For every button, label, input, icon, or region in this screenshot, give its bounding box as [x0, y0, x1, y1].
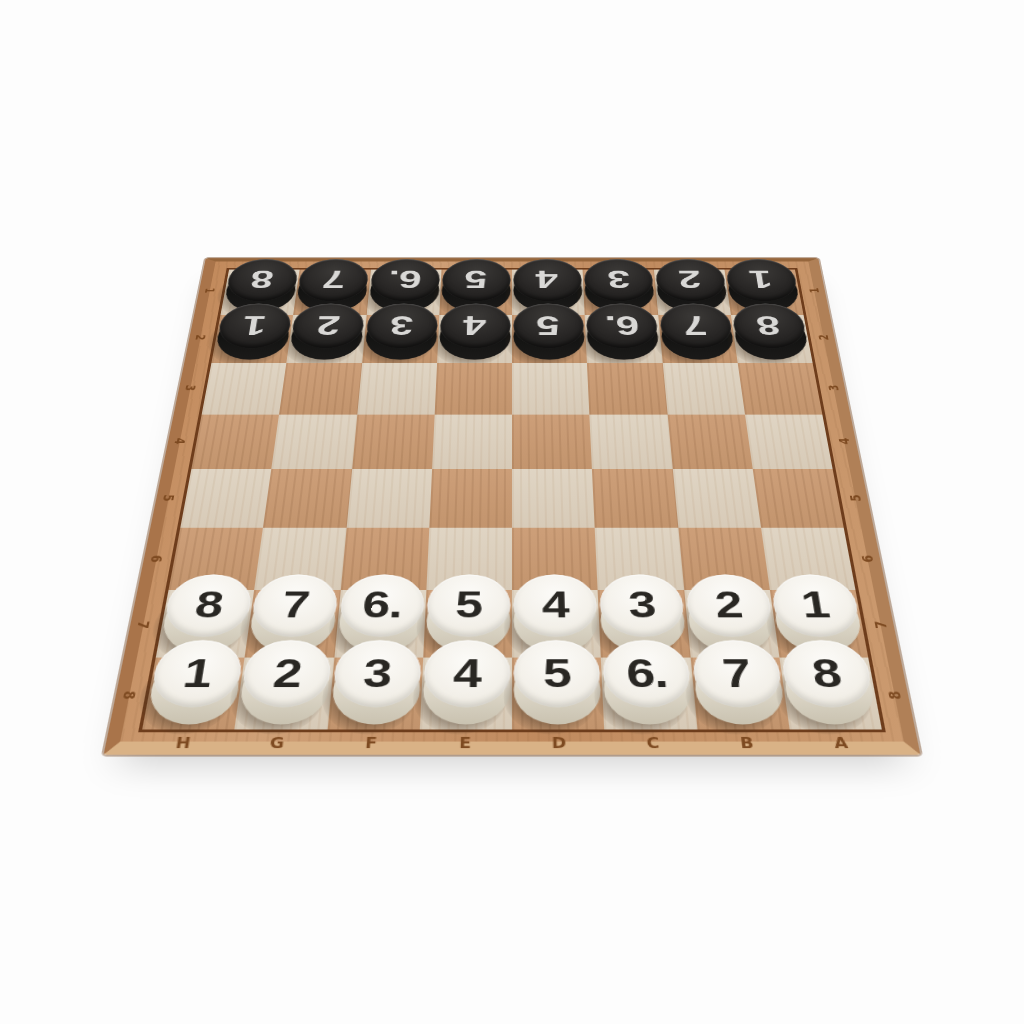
disc-number: 2: [316, 312, 342, 339]
square-h2[interactable]: 1: [211, 315, 293, 363]
file-label-f-bottom: F: [323, 733, 418, 754]
square-b8[interactable]: 7: [690, 657, 789, 729]
disc-number: 3: [627, 586, 656, 623]
square-f4[interactable]: [352, 414, 435, 469]
disc-number: 7: [321, 267, 346, 292]
square-c8[interactable]: 6.: [601, 657, 697, 729]
disc-number: 8: [809, 653, 843, 693]
square-b3[interactable]: [662, 363, 744, 414]
black-disc-7[interactable]: 7: [659, 314, 735, 359]
file-label-e-bottom: E: [418, 733, 512, 754]
square-f2[interactable]: 3: [362, 315, 439, 363]
disc-number: 6.: [605, 312, 640, 339]
checkers-board: HGFEDCBA HGFEDCBA 12345678 12345678 876.…: [104, 258, 921, 754]
playing-area: 876.54321123456.78876.54321123456.78: [138, 268, 886, 732]
disc-number: 2: [678, 267, 703, 292]
disc-number: 5: [543, 653, 571, 693]
square-e5[interactable]: [429, 469, 512, 527]
disc-number: 5: [465, 267, 487, 292]
disc-number: 6.: [625, 653, 669, 693]
black-disc-3[interactable]: 3: [364, 314, 438, 359]
board-grid: 876.54321123456.78876.54321123456.78: [142, 270, 882, 730]
file-label-a-bottom: A: [792, 733, 889, 754]
disc-number: 4: [453, 653, 481, 693]
square-g8[interactable]: 2: [235, 657, 334, 729]
disc-number: 4: [464, 312, 487, 339]
disc-number: 2: [271, 653, 303, 693]
white-disc-7[interactable]: 7: [692, 656, 787, 724]
white-disc-2[interactable]: 2: [237, 656, 332, 724]
disc-number: 7: [683, 312, 709, 339]
disc-number: 7: [280, 586, 311, 623]
disc-face: 4: [439, 304, 510, 349]
disc-number: 6.: [361, 586, 403, 623]
white-disc-5[interactable]: 5: [514, 656, 603, 724]
disc-number: 8: [192, 586, 225, 623]
disc-number: 8: [756, 312, 783, 339]
square-e8[interactable]: 4: [420, 657, 512, 729]
square-d5[interactable]: [512, 469, 595, 527]
square-g3[interactable]: [279, 363, 361, 414]
disc-number: 4: [542, 586, 569, 623]
disc-number: 3: [362, 653, 392, 693]
product-photo-scene: HGFEDCBA HGFEDCBA 12345678 12345678 876.…: [0, 0, 1024, 1024]
square-g2[interactable]: 2: [287, 315, 367, 363]
disc-number: 1: [242, 312, 269, 339]
square-e2[interactable]: 4: [437, 315, 512, 363]
white-disc-4[interactable]: 4: [422, 656, 511, 724]
black-disc-1[interactable]: 1: [214, 314, 292, 359]
square-b4[interactable]: [667, 414, 752, 469]
white-disc-6[interactable]: 6.: [603, 656, 695, 724]
disc-face: 4: [422, 640, 510, 707]
disc-number: 2: [713, 586, 744, 623]
square-a5[interactable]: [752, 469, 843, 527]
square-h4[interactable]: [191, 414, 279, 469]
square-d4[interactable]: [512, 414, 592, 469]
black-disc-5[interactable]: 5: [513, 314, 585, 359]
square-b2[interactable]: 7: [658, 315, 738, 363]
file-label-b-bottom: B: [699, 733, 795, 754]
white-disc-8[interactable]: 8: [781, 656, 879, 724]
disc-number: 3: [607, 267, 631, 292]
square-d3[interactable]: [512, 363, 590, 414]
disc-number: 8: [250, 267, 276, 292]
square-a2[interactable]: 8: [731, 315, 813, 363]
square-b5[interactable]: [672, 469, 760, 527]
square-a4[interactable]: [745, 414, 833, 469]
file-label-d-bottom: D: [512, 733, 606, 754]
black-disc-4[interactable]: 4: [439, 314, 511, 359]
square-g5[interactable]: [263, 469, 351, 527]
square-f5[interactable]: [346, 469, 432, 527]
square-e3[interactable]: [434, 363, 512, 414]
white-disc-1[interactable]: 1: [145, 656, 243, 724]
black-disc-6[interactable]: 6.: [586, 314, 660, 359]
disc-number: 1: [799, 586, 832, 623]
disc-number: 1: [748, 267, 774, 292]
disc-number: 3: [390, 312, 414, 339]
square-g4[interactable]: [272, 414, 357, 469]
disc-face: 5: [441, 259, 510, 301]
square-h3[interactable]: [202, 363, 287, 414]
square-e4[interactable]: [432, 414, 512, 469]
disc-number: 7: [721, 653, 753, 693]
disc-face: 4: [513, 259, 582, 301]
square-d2[interactable]: 5: [512, 315, 587, 363]
square-a3[interactable]: [737, 363, 822, 414]
disc-number: 6.: [388, 267, 422, 292]
square-d8[interactable]: 5: [512, 657, 604, 729]
square-a8[interactable]: 8: [779, 657, 882, 729]
file-label-c-bottom: C: [605, 733, 700, 754]
square-c5[interactable]: [592, 469, 678, 527]
file-labels-bottom: HGFEDCBA: [134, 733, 890, 754]
black-disc-2[interactable]: 2: [289, 314, 365, 359]
file-label-g-bottom: G: [229, 733, 325, 754]
black-disc-8[interactable]: 8: [732, 314, 810, 359]
square-f3[interactable]: [357, 363, 437, 414]
disc-number: 4: [536, 267, 558, 292]
file-label-h-bottom: H: [134, 733, 231, 754]
square-h8[interactable]: 1: [142, 657, 245, 729]
white-disc-3[interactable]: 3: [329, 656, 421, 724]
disc-number: 1: [180, 653, 214, 693]
square-c2[interactable]: 6.: [585, 315, 662, 363]
disc-face: 5: [513, 304, 584, 349]
disc-number: 5: [455, 586, 482, 623]
square-c3[interactable]: [587, 363, 667, 414]
disc-face: 5: [426, 574, 511, 636]
square-c4[interactable]: [590, 414, 673, 469]
square-h5[interactable]: [180, 469, 271, 527]
disc-number: 5: [537, 312, 560, 339]
square-f8[interactable]: 3: [327, 657, 423, 729]
